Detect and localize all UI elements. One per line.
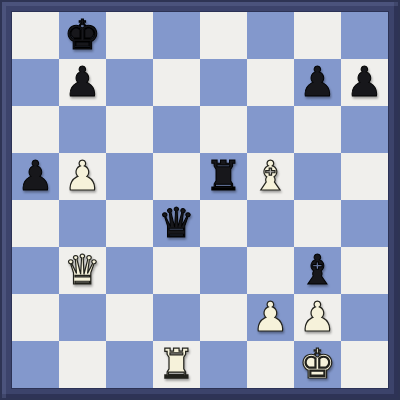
square-g6[interactable] <box>294 106 341 153</box>
square-h7[interactable]: ♟ <box>341 59 388 106</box>
piece-white-queen[interactable]: ♛ <box>64 247 101 294</box>
piece-black-pawn[interactable]: ♟ <box>64 59 101 106</box>
square-e3[interactable] <box>200 247 247 294</box>
square-f2[interactable]: ♟ <box>247 294 294 341</box>
square-e1[interactable] <box>200 341 247 388</box>
square-d4[interactable]: ♛ <box>153 200 200 247</box>
square-c6[interactable] <box>106 106 153 153</box>
square-f3[interactable] <box>247 247 294 294</box>
square-g5[interactable] <box>294 153 341 200</box>
piece-black-rook[interactable]: ♜ <box>205 153 242 200</box>
piece-black-pawn[interactable]: ♟ <box>299 59 336 106</box>
square-h8[interactable] <box>341 12 388 59</box>
chess-board-frame: ♚♟♟♟♟♟♜♝♛♛♝♟♟♜♚ <box>0 0 400 400</box>
square-g4[interactable] <box>294 200 341 247</box>
square-c4[interactable] <box>106 200 153 247</box>
square-g2[interactable]: ♟ <box>294 294 341 341</box>
square-b5[interactable]: ♟ <box>59 153 106 200</box>
chess-board: ♚♟♟♟♟♟♜♝♛♛♝♟♟♜♚ <box>12 12 388 388</box>
square-h4[interactable] <box>341 200 388 247</box>
square-c3[interactable] <box>106 247 153 294</box>
square-a6[interactable] <box>12 106 59 153</box>
square-b2[interactable] <box>59 294 106 341</box>
square-d8[interactable] <box>153 12 200 59</box>
square-b3[interactable]: ♛ <box>59 247 106 294</box>
square-d2[interactable] <box>153 294 200 341</box>
square-c8[interactable] <box>106 12 153 59</box>
square-d1[interactable]: ♜ <box>153 341 200 388</box>
piece-black-queen[interactable]: ♛ <box>158 200 195 247</box>
square-a1[interactable] <box>12 341 59 388</box>
square-g3[interactable]: ♝ <box>294 247 341 294</box>
square-e6[interactable] <box>200 106 247 153</box>
piece-white-bishop[interactable]: ♝ <box>252 153 289 200</box>
square-c1[interactable] <box>106 341 153 388</box>
square-g1[interactable]: ♚ <box>294 341 341 388</box>
square-f8[interactable] <box>247 12 294 59</box>
piece-black-pawn[interactable]: ♟ <box>17 153 54 200</box>
square-h6[interactable] <box>341 106 388 153</box>
square-b4[interactable] <box>59 200 106 247</box>
square-a2[interactable] <box>12 294 59 341</box>
square-d3[interactable] <box>153 247 200 294</box>
square-h2[interactable] <box>341 294 388 341</box>
piece-white-king[interactable]: ♚ <box>299 341 336 388</box>
piece-white-rook[interactable]: ♜ <box>158 341 195 388</box>
square-a8[interactable] <box>12 12 59 59</box>
piece-white-pawn[interactable]: ♟ <box>252 294 289 341</box>
square-e2[interactable] <box>200 294 247 341</box>
square-d6[interactable] <box>153 106 200 153</box>
square-f7[interactable] <box>247 59 294 106</box>
square-e7[interactable] <box>200 59 247 106</box>
square-a7[interactable] <box>12 59 59 106</box>
square-f1[interactable] <box>247 341 294 388</box>
square-g7[interactable]: ♟ <box>294 59 341 106</box>
square-f5[interactable]: ♝ <box>247 153 294 200</box>
square-g8[interactable] <box>294 12 341 59</box>
square-a3[interactable] <box>12 247 59 294</box>
piece-black-king[interactable]: ♚ <box>64 12 101 59</box>
square-f6[interactable] <box>247 106 294 153</box>
square-h5[interactable] <box>341 153 388 200</box>
square-d5[interactable] <box>153 153 200 200</box>
square-c7[interactable] <box>106 59 153 106</box>
square-a5[interactable]: ♟ <box>12 153 59 200</box>
square-h1[interactable] <box>341 341 388 388</box>
square-b1[interactable] <box>59 341 106 388</box>
square-b8[interactable]: ♚ <box>59 12 106 59</box>
square-e4[interactable] <box>200 200 247 247</box>
square-b6[interactable] <box>59 106 106 153</box>
piece-white-pawn[interactable]: ♟ <box>299 294 336 341</box>
square-h3[interactable] <box>341 247 388 294</box>
square-c2[interactable] <box>106 294 153 341</box>
square-e5[interactable]: ♜ <box>200 153 247 200</box>
square-e8[interactable] <box>200 12 247 59</box>
square-c5[interactable] <box>106 153 153 200</box>
square-a4[interactable] <box>12 200 59 247</box>
piece-white-pawn[interactable]: ♟ <box>64 153 101 200</box>
square-f4[interactable] <box>247 200 294 247</box>
piece-black-bishop[interactable]: ♝ <box>299 247 336 294</box>
square-b7[interactable]: ♟ <box>59 59 106 106</box>
square-d7[interactable] <box>153 59 200 106</box>
piece-black-pawn[interactable]: ♟ <box>346 59 383 106</box>
